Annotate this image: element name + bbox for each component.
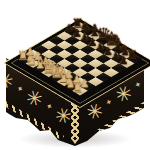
star-accent-icon: ✦ — [44, 102, 54, 112]
chess-set-photo: ✳✦✳✦✳ ✳✦✳✦✳ ♜♞♝♛♚✚♝♞♜♟♟♟♟♟♟♟♟♟♟♟♟♟♟♟♟♜♞♝… — [0, 0, 150, 150]
black-pawn[interactable]: ♟ — [118, 55, 129, 66]
star-accent-icon: ✦ — [104, 98, 114, 108]
square-h5[interactable] — [103, 68, 119, 77]
gold-cross-finial-icon: ✚ — [103, 26, 114, 32]
star-accent-icon: ✦ — [15, 84, 25, 94]
white-rook[interactable]: ♜ — [72, 81, 83, 94]
star-rosette-icon: ✳ — [22, 85, 47, 111]
star-accent-icon: ✦ — [133, 80, 143, 90]
